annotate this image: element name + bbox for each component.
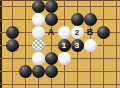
white-stone xyxy=(84,39,97,52)
grid-line-vertical xyxy=(116,0,117,88)
white-stone-move-2: 2 xyxy=(71,26,84,39)
white-stone-hatched xyxy=(32,39,45,52)
white-stone xyxy=(32,13,45,26)
black-stone xyxy=(6,39,19,52)
black-stone xyxy=(45,13,58,26)
grid-line-horizontal xyxy=(0,6,120,7)
black-stone xyxy=(45,52,58,65)
move-number: 2 xyxy=(75,29,79,37)
variation-label-A[interactable]: A xyxy=(45,26,58,39)
white-stone xyxy=(32,26,45,39)
black-stone xyxy=(45,0,58,13)
go-board[interactable]: 213AB xyxy=(0,0,120,88)
white-stone xyxy=(32,52,45,65)
black-stone xyxy=(71,13,84,26)
board-left-edge-line xyxy=(0,0,2,88)
grid-line-horizontal xyxy=(0,19,120,20)
black-stone xyxy=(32,0,45,13)
black-stone xyxy=(97,26,110,39)
black-stone-move-3: 3 xyxy=(71,39,84,52)
move-number: 3 xyxy=(75,42,79,50)
black-stone xyxy=(19,65,32,78)
black-stone xyxy=(45,65,58,78)
grid-line-horizontal xyxy=(0,84,120,85)
black-stone-move-1: 1 xyxy=(58,39,71,52)
black-stone xyxy=(6,26,19,39)
variation-label-B[interactable]: B xyxy=(84,26,97,39)
white-stone xyxy=(58,52,71,65)
board-top-edge-line xyxy=(0,0,120,1)
white-stone xyxy=(58,26,71,39)
black-stone xyxy=(84,13,97,26)
grid-line-vertical xyxy=(103,0,104,88)
move-number: 1 xyxy=(62,42,66,50)
black-stone xyxy=(32,65,45,78)
